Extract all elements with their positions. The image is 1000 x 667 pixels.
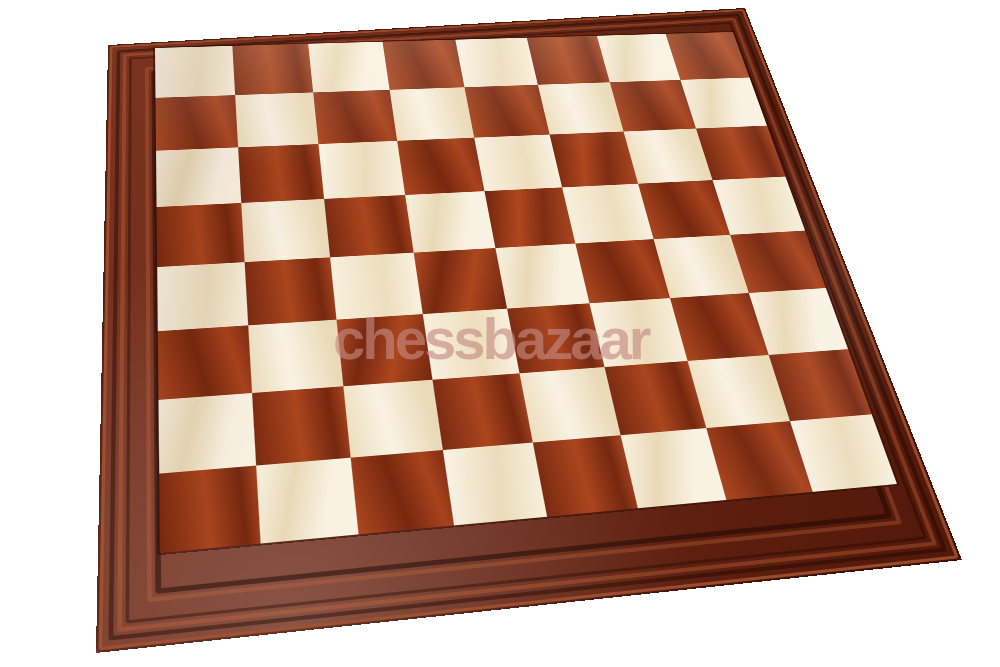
square-d4 [414,248,507,314]
square-e3 [507,303,604,373]
square-d7 [390,87,475,141]
square-a7 [155,95,238,151]
chess-board [155,32,897,553]
square-e1 [533,435,638,517]
square-b1 [256,458,358,544]
square-b2 [252,386,351,465]
square-a3 [158,325,252,400]
square-c1 [351,450,454,534]
square-f8 [527,36,610,85]
square-e5 [484,187,575,248]
square-b8 [232,44,313,95]
square-d3 [423,309,520,380]
square-d2 [432,373,532,450]
square-b4 [245,257,337,325]
square-c2 [343,380,443,458]
square-e4 [495,244,589,309]
square-c3 [337,314,433,386]
square-c7 [313,90,397,144]
square-a8 [155,46,235,98]
square-e2 [520,367,621,442]
square-b7 [235,92,318,147]
square-a6 [156,147,241,207]
square-a2 [158,393,256,474]
square-d8 [382,40,464,90]
square-e8 [455,38,538,88]
product-photo-canvas: chessbazaar [0,0,1000,667]
square-d6 [397,138,484,195]
square-c6 [318,141,405,199]
square-f7 [538,82,624,134]
square-b3 [248,320,343,393]
square-d5 [405,191,495,252]
square-e6 [474,135,562,192]
square-a5 [157,203,245,267]
square-a1 [159,466,260,553]
square-c8 [308,42,389,93]
square-b6 [238,144,324,203]
square-c4 [330,253,423,320]
square-d1 [443,443,547,526]
square-e7 [464,85,549,138]
square-b5 [241,199,330,262]
square-c5 [324,195,414,257]
square-f6 [550,132,638,188]
square-a4 [157,262,248,331]
